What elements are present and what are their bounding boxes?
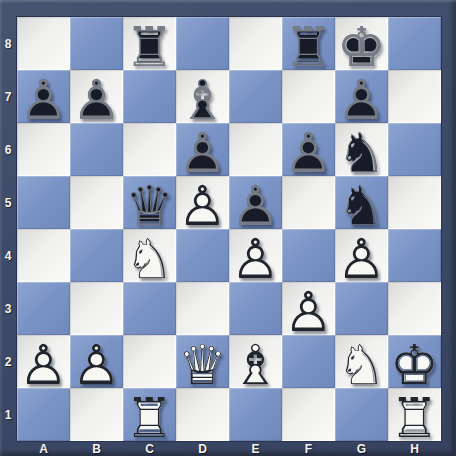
rank-labels: 87654321 xyxy=(0,17,16,441)
rank-label-2: 2 xyxy=(0,335,16,388)
white-king-glyph-outline: ♔ xyxy=(388,339,441,392)
black-queen-glyph-outline: ♕ xyxy=(123,180,176,233)
square-e5[interactable]: ♟♙ xyxy=(229,176,282,229)
piece-black-queen-c5[interactable]: ♛♕ xyxy=(123,176,176,229)
black-pawn-glyph-outline: ♙ xyxy=(17,74,70,127)
square-e4[interactable]: ♟♙ xyxy=(229,229,282,282)
rank-label-3: 3 xyxy=(0,282,16,335)
black-pawn-glyph-outline: ♙ xyxy=(70,74,123,127)
square-e6[interactable] xyxy=(229,123,282,176)
square-d8[interactable] xyxy=(176,17,229,70)
square-b8[interactable] xyxy=(70,17,123,70)
white-queen-glyph-fill: ♛ xyxy=(176,339,229,392)
piece-white-pawn-a2[interactable]: ♟♙ xyxy=(17,335,70,388)
white-bishop-glyph-fill: ♝ xyxy=(229,339,282,392)
white-pawn-glyph-outline: ♙ xyxy=(282,286,335,339)
black-rook-glyph-outline: ♖ xyxy=(123,21,176,74)
black-pawn-glyph-outline: ♙ xyxy=(282,127,335,180)
piece-black-king-g8[interactable]: ♚♔ xyxy=(335,17,388,70)
square-c4[interactable]: ♞♘ xyxy=(123,229,176,282)
square-b1[interactable] xyxy=(70,388,123,441)
square-a8[interactable] xyxy=(17,17,70,70)
piece-white-pawn-f3[interactable]: ♟♙ xyxy=(282,282,335,335)
white-king-glyph-fill: ♚ xyxy=(388,339,441,392)
square-e7[interactable] xyxy=(229,70,282,123)
white-pawn-glyph-fill: ♟ xyxy=(176,180,229,233)
white-bishop-glyph-outline: ♗ xyxy=(229,339,282,392)
piece-black-pawn-g7[interactable]: ♟♙ xyxy=(335,70,388,123)
white-knight-glyph-outline: ♘ xyxy=(335,339,388,392)
white-pawn-glyph-outline: ♙ xyxy=(70,339,123,392)
piece-black-pawn-b7[interactable]: ♟♙ xyxy=(70,70,123,123)
piece-black-rook-f8[interactable]: ♜♖ xyxy=(282,17,335,70)
square-c3[interactable] xyxy=(123,282,176,335)
square-h2[interactable]: ♚♔ xyxy=(388,335,441,388)
black-pawn-glyph-outline: ♙ xyxy=(229,180,282,233)
black-pawn-glyph-fill: ♟ xyxy=(70,74,123,127)
white-rook-glyph-fill: ♜ xyxy=(388,392,441,445)
square-c8[interactable]: ♜♖ xyxy=(123,17,176,70)
white-rook-glyph-fill: ♜ xyxy=(123,392,176,445)
square-f4[interactable] xyxy=(282,229,335,282)
piece-white-pawn-b2[interactable]: ♟♙ xyxy=(70,335,123,388)
square-e8[interactable] xyxy=(229,17,282,70)
square-d1[interactable] xyxy=(176,388,229,441)
square-b2[interactable]: ♟♙ xyxy=(70,335,123,388)
square-c2[interactable] xyxy=(123,335,176,388)
square-b6[interactable] xyxy=(70,123,123,176)
piece-black-rook-c8[interactable]: ♜♖ xyxy=(123,17,176,70)
square-h1[interactable]: ♜♖ xyxy=(388,388,441,441)
square-f8[interactable]: ♜♖ xyxy=(282,17,335,70)
square-f3[interactable]: ♟♙ xyxy=(282,282,335,335)
square-c5[interactable]: ♛♕ xyxy=(123,176,176,229)
square-d2[interactable]: ♛♕ xyxy=(176,335,229,388)
black-pawn-glyph-outline: ♙ xyxy=(176,127,229,180)
white-pawn-glyph-outline: ♙ xyxy=(335,233,388,286)
white-knight-glyph-fill: ♞ xyxy=(123,233,176,286)
square-h4[interactable] xyxy=(388,229,441,282)
file-labels: ABCDEFGH xyxy=(17,441,441,456)
piece-black-pawn-d6[interactable]: ♟♙ xyxy=(176,123,229,176)
white-queen-glyph-outline: ♕ xyxy=(176,339,229,392)
square-b5[interactable] xyxy=(70,176,123,229)
square-c7[interactable] xyxy=(123,70,176,123)
white-pawn-glyph-outline: ♙ xyxy=(176,180,229,233)
black-queen-glyph-fill: ♛ xyxy=(123,180,176,233)
piece-black-knight-g5[interactable]: ♞♘ xyxy=(335,176,388,229)
black-knight-glyph-fill: ♞ xyxy=(335,127,388,180)
file-label-h: H xyxy=(388,441,441,456)
square-f5[interactable] xyxy=(282,176,335,229)
white-knight-glyph-outline: ♘ xyxy=(123,233,176,286)
piece-black-knight-g6[interactable]: ♞♘ xyxy=(335,123,388,176)
square-a4[interactable] xyxy=(17,229,70,282)
white-rook-glyph-outline: ♖ xyxy=(123,392,176,445)
piece-white-rook-h1[interactable]: ♜♖ xyxy=(388,388,441,441)
black-knight-glyph-fill: ♞ xyxy=(335,180,388,233)
piece-white-pawn-e4[interactable]: ♟♙ xyxy=(229,229,282,282)
black-rook-glyph-fill: ♜ xyxy=(282,21,335,74)
black-pawn-glyph-fill: ♟ xyxy=(282,127,335,180)
square-e1[interactable] xyxy=(229,388,282,441)
black-knight-glyph-outline: ♘ xyxy=(335,180,388,233)
square-a1[interactable] xyxy=(17,388,70,441)
square-d4[interactable] xyxy=(176,229,229,282)
white-pawn-glyph-outline: ♙ xyxy=(17,339,70,392)
piece-white-pawn-g4[interactable]: ♟♙ xyxy=(335,229,388,282)
square-a7[interactable]: ♟♙ xyxy=(17,70,70,123)
square-h5[interactable] xyxy=(388,176,441,229)
file-label-d: D xyxy=(176,441,229,456)
square-h7[interactable] xyxy=(388,70,441,123)
square-e3[interactable] xyxy=(229,282,282,335)
file-label-g: G xyxy=(335,441,388,456)
square-h3[interactable] xyxy=(388,282,441,335)
rank-label-6: 6 xyxy=(0,123,16,176)
file-label-b: B xyxy=(70,441,123,456)
black-pawn-glyph-outline: ♙ xyxy=(335,74,388,127)
piece-white-king-h2[interactable]: ♚♔ xyxy=(388,335,441,388)
piece-black-pawn-f6[interactable]: ♟♙ xyxy=(282,123,335,176)
piece-white-bishop-e2[interactable]: ♝♗ xyxy=(229,335,282,388)
rank-label-7: 7 xyxy=(0,70,16,123)
file-label-c: C xyxy=(123,441,176,456)
rank-label-5: 5 xyxy=(0,176,16,229)
square-d3[interactable] xyxy=(176,282,229,335)
square-f6[interactable]: ♟♙ xyxy=(282,123,335,176)
piece-black-pawn-e5[interactable]: ♟♙ xyxy=(229,176,282,229)
white-pawn-glyph-outline: ♙ xyxy=(229,233,282,286)
square-g5[interactable]: ♞♘ xyxy=(335,176,388,229)
square-b3[interactable] xyxy=(70,282,123,335)
square-g8[interactable]: ♚♔ xyxy=(335,17,388,70)
black-rook-glyph-outline: ♖ xyxy=(282,21,335,74)
square-a5[interactable] xyxy=(17,176,70,229)
square-c6[interactable] xyxy=(123,123,176,176)
black-king-glyph-fill: ♚ xyxy=(335,21,388,74)
white-pawn-glyph-fill: ♟ xyxy=(335,233,388,286)
rank-label-4: 4 xyxy=(0,229,16,282)
piece-black-pawn-a7[interactable]: ♟♙ xyxy=(17,70,70,123)
square-a3[interactable] xyxy=(17,282,70,335)
black-bishop-glyph-fill: ♝ xyxy=(176,74,229,127)
square-d5[interactable]: ♟♙ xyxy=(176,176,229,229)
square-f7[interactable] xyxy=(282,70,335,123)
square-d7[interactable]: ♝♗ xyxy=(176,70,229,123)
rank-label-8: 8 xyxy=(0,17,16,70)
piece-white-knight-g2[interactable]: ♞♘ xyxy=(335,335,388,388)
file-label-e: E xyxy=(229,441,282,456)
black-pawn-glyph-fill: ♟ xyxy=(335,74,388,127)
black-pawn-glyph-fill: ♟ xyxy=(229,180,282,233)
white-pawn-glyph-fill: ♟ xyxy=(282,286,335,339)
square-d6[interactable]: ♟♙ xyxy=(176,123,229,176)
square-g1[interactable] xyxy=(335,388,388,441)
square-g4[interactable]: ♟♙ xyxy=(335,229,388,282)
black-bishop-glyph-outline: ♗ xyxy=(176,74,229,127)
square-g7[interactable]: ♟♙ xyxy=(335,70,388,123)
black-pawn-glyph-fill: ♟ xyxy=(17,74,70,127)
square-g2[interactable]: ♞♘ xyxy=(335,335,388,388)
square-b7[interactable]: ♟♙ xyxy=(70,70,123,123)
piece-white-queen-d2[interactable]: ♛♕ xyxy=(176,335,229,388)
square-c1[interactable]: ♜♖ xyxy=(123,388,176,441)
board-frame: 87654321 ABCDEFGH ♜♖♜♖♚♔♟♙♟♙♝♗♟♙♟♙♟♙♞♘♛♕… xyxy=(0,0,456,456)
white-knight-glyph-fill: ♞ xyxy=(335,339,388,392)
square-g6[interactable]: ♞♘ xyxy=(335,123,388,176)
white-pawn-glyph-fill: ♟ xyxy=(70,339,123,392)
file-label-f: F xyxy=(282,441,335,456)
square-f2[interactable] xyxy=(282,335,335,388)
piece-white-pawn-d5[interactable]: ♟♙ xyxy=(176,176,229,229)
white-pawn-glyph-fill: ♟ xyxy=(229,233,282,286)
square-h6[interactable] xyxy=(388,123,441,176)
square-g3[interactable] xyxy=(335,282,388,335)
board: ♜♖♜♖♚♔♟♙♟♙♝♗♟♙♟♙♟♙♞♘♛♕♟♙♟♙♞♘♞♘♟♙♟♙♟♙♟♙♟♙… xyxy=(16,16,442,442)
square-h8[interactable] xyxy=(388,17,441,70)
black-knight-glyph-outline: ♘ xyxy=(335,127,388,180)
piece-black-bishop-d7[interactable]: ♝♗ xyxy=(176,70,229,123)
square-f1[interactable] xyxy=(282,388,335,441)
white-rook-glyph-outline: ♖ xyxy=(388,392,441,445)
rank-label-1: 1 xyxy=(0,388,16,441)
black-rook-glyph-fill: ♜ xyxy=(123,21,176,74)
piece-white-rook-c1[interactable]: ♜♖ xyxy=(123,388,176,441)
square-e2[interactable]: ♝♗ xyxy=(229,335,282,388)
square-a6[interactable] xyxy=(17,123,70,176)
file-label-a: A xyxy=(17,441,70,456)
black-king-glyph-outline: ♔ xyxy=(335,21,388,74)
black-pawn-glyph-fill: ♟ xyxy=(176,127,229,180)
square-a2[interactable]: ♟♙ xyxy=(17,335,70,388)
white-pawn-glyph-fill: ♟ xyxy=(17,339,70,392)
square-b4[interactable] xyxy=(70,229,123,282)
piece-white-knight-c4[interactable]: ♞♘ xyxy=(123,229,176,282)
